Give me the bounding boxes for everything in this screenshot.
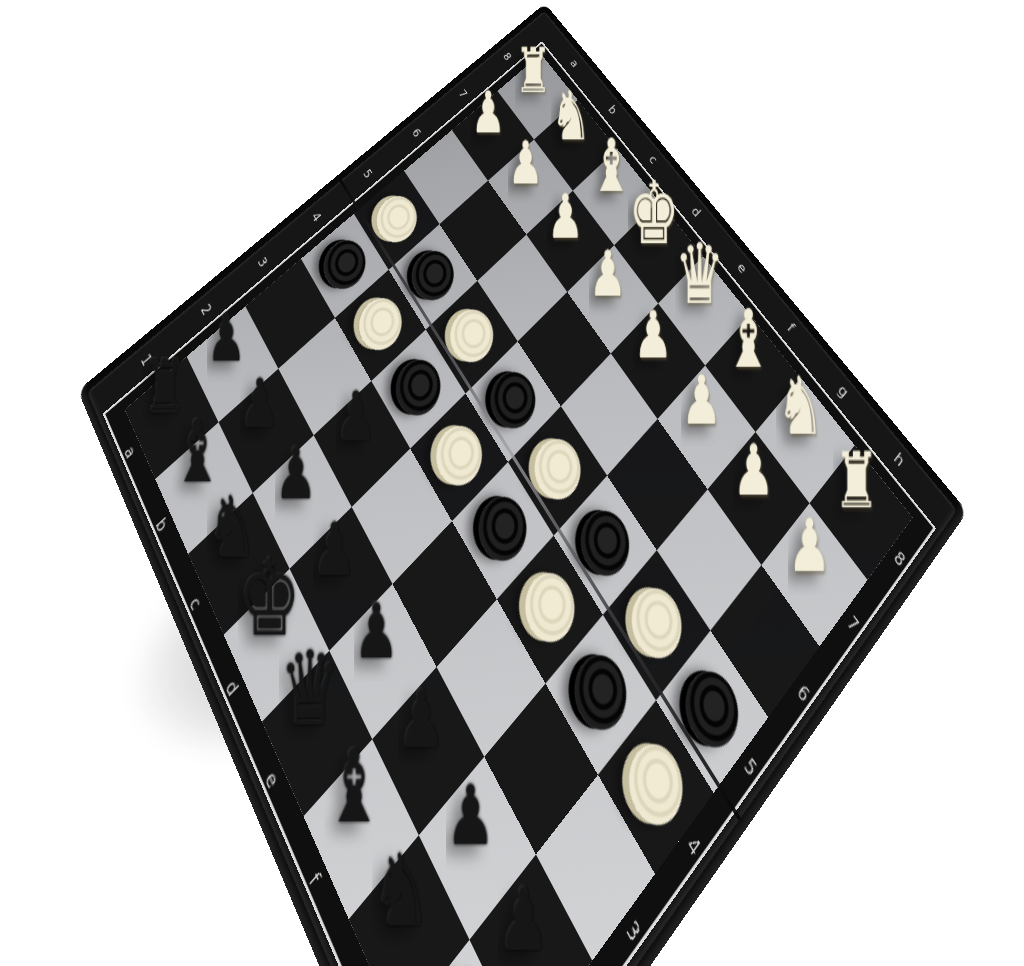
- white-pawn[interactable]: ♟: [681, 360, 722, 440]
- white-king[interactable]: ♚: [628, 164, 679, 263]
- white-rook[interactable]: ♜: [515, 36, 552, 107]
- black-checker-disc[interactable]: [564, 641, 637, 746]
- white-knight[interactable]: ♞: [776, 359, 824, 453]
- white-bishop[interactable]: ♝: [724, 292, 772, 385]
- file-label-g-top: g: [833, 380, 852, 404]
- white-checker-disc[interactable]: [350, 288, 410, 361]
- black-checker-disc[interactable]: [482, 361, 545, 440]
- rank-label-3-left: 3: [254, 252, 271, 273]
- black-pawn[interactable]: ♟: [313, 506, 357, 592]
- black-pawn[interactable]: ♟: [240, 363, 281, 443]
- black-pawn[interactable]: ♟: [398, 673, 445, 766]
- white-queen[interactable]: ♛: [675, 225, 725, 322]
- board-frame-rim: ♜♞♝♚♛♝♞♜♟♟♟♟♟♟♟♟♟♟♟♟♟♟♟♟♟♜♝♞♚♛♝♞♜ aa88bb…: [78, 3, 968, 966]
- black-pawn[interactable]: ♟: [275, 432, 317, 515]
- black-pawn[interactable]: ♟: [336, 376, 377, 456]
- file-label-d-top: d: [687, 202, 704, 222]
- white-checker-disc[interactable]: [515, 560, 585, 657]
- black-checker-disc[interactable]: [571, 498, 639, 589]
- black-checker-disc[interactable]: [469, 484, 536, 574]
- black-pawn[interactable]: ♟: [498, 869, 550, 966]
- file-label-e-top: e: [733, 258, 751, 279]
- board: ♜♞♝♚♛♝♞♜♟♟♟♟♟♟♟♟♟♟♟♟♟♟♟♟♟♜♝♞♚♛♝♞♜ aa88bb…: [65, 3, 980, 966]
- rank-label-8-left: 8: [499, 49, 515, 65]
- black-checker-disc[interactable]: [316, 231, 374, 299]
- black-checker-disc[interactable]: [404, 241, 462, 310]
- rank-label-7-left: 7: [455, 85, 471, 102]
- white-pawn[interactable]: ♟: [508, 128, 544, 198]
- black-checker-disc[interactable]: [387, 349, 449, 427]
- file-label-f-top: f: [781, 317, 800, 339]
- white-bishop[interactable]: ♝: [589, 123, 633, 208]
- board-frame: ♜♞♝♚♛♝♞♜♟♟♟♟♟♟♟♟♟♟♟♟♟♟♟♟♟♜♝♞♚♛♝♞♜ aa88bb…: [87, 11, 957, 966]
- playing-area-border-line: ♜♞♝♚♛♝♞♜♟♟♟♟♟♟♟♟♟♟♟♟♟♟♟♟♟♜♝♞♚♛♝♞♜: [103, 41, 937, 966]
- rank-label-6-left: 6: [408, 124, 424, 142]
- white-knight[interactable]: ♞: [551, 76, 592, 156]
- white-pawn[interactable]: ♟: [471, 78, 506, 146]
- white-rook[interactable]: ♜: [833, 436, 879, 525]
- black-pawn[interactable]: ♟: [446, 767, 495, 864]
- black-checker-disc[interactable]: [675, 657, 749, 764]
- file-label-h-top: h: [889, 447, 909, 473]
- white-pawn[interactable]: ♟: [547, 180, 584, 252]
- white-pawn[interactable]: ♟: [589, 236, 627, 311]
- white-checker-disc[interactable]: [621, 574, 692, 673]
- chess-board-grid: ♜♞♝♚♛♝♞♜♟♟♟♟♟♟♟♟♟♟♟♟♟♟♟♟♟♜♝♞♚♛♝♞♜: [125, 54, 913, 966]
- black-bishop[interactable]: ♝: [324, 729, 384, 845]
- white-pawn[interactable]: ♟: [633, 296, 672, 373]
- white-pawn[interactable]: ♟: [788, 503, 832, 589]
- white-checker-disc[interactable]: [441, 299, 501, 373]
- file-label-a-top: a: [566, 55, 582, 71]
- black-knight[interactable]: ♞: [372, 832, 432, 949]
- black-pawn[interactable]: ♟: [354, 586, 399, 675]
- white-checker-disc[interactable]: [618, 728, 694, 842]
- file-label-b-top: b: [604, 101, 620, 118]
- rank-label-5-left: 5: [359, 165, 376, 184]
- black-rook[interactable]: ♜: [425, 951, 483, 966]
- photo-background: ♜♞♝♚♛♝♞♜♟♟♟♟♟♟♟♟♟♟♟♟♟♟♟♟♟♜♝♞♚♛♝♞♜ aa88bb…: [0, 0, 1024, 966]
- white-checker-disc[interactable]: [427, 414, 491, 498]
- white-pawn[interactable]: ♟: [733, 429, 775, 512]
- white-checker-disc[interactable]: [525, 427, 590, 512]
- rank-label-4-left: 4: [308, 207, 325, 227]
